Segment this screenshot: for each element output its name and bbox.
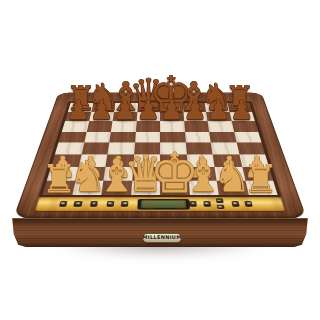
square-d7[interactable]: [136, 112, 160, 122]
square-h4[interactable]: [236, 142, 265, 154]
square-g6[interactable]: [208, 121, 234, 131]
square-a4[interactable]: [55, 142, 84, 154]
panel-button-r-down[interactable]: [216, 204, 224, 209]
square-b6[interactable]: [86, 121, 112, 131]
square-h1[interactable]: [245, 180, 278, 195]
square-c4[interactable]: [107, 142, 134, 154]
square-b7[interactable]: [89, 112, 114, 122]
square-c7[interactable]: [112, 112, 136, 122]
panel-button-l4[interactable]: [106, 201, 114, 207]
panel-button-r1[interactable]: [189, 201, 197, 207]
panel-button-r2-icon: [205, 202, 208, 203]
square-a7[interactable]: [65, 112, 91, 122]
panel-button-r-up[interactable]: [215, 198, 223, 202]
square-g4[interactable]: [211, 142, 239, 154]
square-g3[interactable]: [213, 154, 242, 167]
lcd-display: [137, 199, 190, 210]
square-d1[interactable]: [131, 180, 160, 195]
square-c2[interactable]: [103, 167, 132, 181]
square-g5[interactable]: [209, 132, 236, 143]
square-a6[interactable]: [62, 121, 89, 131]
square-c8[interactable]: [114, 103, 138, 112]
panel-button-l5[interactable]: [121, 201, 129, 207]
square-d2[interactable]: [132, 167, 160, 181]
square-a5[interactable]: [58, 132, 86, 143]
square-h7[interactable]: [229, 112, 255, 122]
square-c6[interactable]: [111, 121, 136, 131]
square-e3[interactable]: [160, 154, 187, 167]
square-f8[interactable]: [182, 103, 206, 112]
board-frame: [13, 93, 307, 219]
panel-button-r4-icon: [247, 202, 250, 203]
control-panel: [35, 197, 285, 211]
panel-button-l3-icon: [93, 202, 96, 203]
square-h8[interactable]: [227, 103, 252, 112]
panel-button-l4-icon: [108, 202, 111, 203]
square-c3[interactable]: [106, 154, 134, 167]
square-e6[interactable]: [160, 121, 185, 131]
panel-button-r-down-icon: [219, 206, 222, 207]
square-e4[interactable]: [160, 142, 186, 154]
panel-button-r1-icon: [191, 202, 194, 203]
square-a8[interactable]: [68, 103, 93, 112]
square-h3[interactable]: [239, 154, 269, 167]
panel-button-l3[interactable]: [90, 201, 98, 207]
cabinet-front-face: MILLENNIUM: [11, 218, 309, 247]
square-e7[interactable]: [160, 112, 184, 122]
square-h6[interactable]: [231, 121, 258, 131]
square-e5[interactable]: [160, 132, 185, 143]
panel-button-l2-icon: [76, 202, 79, 203]
square-e8[interactable]: [160, 103, 183, 112]
square-d3[interactable]: [133, 154, 160, 167]
square-b5[interactable]: [84, 132, 111, 143]
square-h2[interactable]: [242, 167, 273, 181]
square-b8[interactable]: [91, 103, 115, 112]
panel-button-l1[interactable]: [59, 201, 68, 207]
square-f7[interactable]: [183, 112, 207, 122]
panel-button-l5-icon: [123, 202, 126, 203]
square-f1[interactable]: [188, 180, 219, 195]
square-g1[interactable]: [217, 180, 249, 195]
square-e2[interactable]: [160, 167, 188, 181]
square-g7[interactable]: [206, 112, 231, 122]
square-b3[interactable]: [78, 154, 107, 167]
square-a3[interactable]: [51, 154, 81, 167]
square-b2[interactable]: [75, 167, 105, 181]
square-g8[interactable]: [205, 103, 229, 112]
square-f3[interactable]: [186, 154, 214, 167]
panel-button-r4[interactable]: [245, 201, 254, 207]
square-d6[interactable]: [135, 121, 160, 131]
panel-button-r-up-icon: [218, 200, 221, 201]
square-f5[interactable]: [185, 132, 211, 143]
square-a1[interactable]: [42, 180, 75, 195]
panel-button-r2[interactable]: [203, 201, 211, 207]
product-photo: MILLENNIUM ♜♞♝♛♚♝♞♜♟♟♟♟♟♟♟♟♟♟♟♟♟♟♟♟♜♞♝♛♚…: [0, 0, 320, 320]
panel-button-l2[interactable]: [74, 201, 82, 207]
square-a2[interactable]: [47, 167, 78, 181]
scene: [0, 0, 320, 320]
square-f2[interactable]: [187, 167, 216, 181]
panel-button-r3-icon: [233, 202, 236, 203]
brand-badge: MILLENNIUM: [142, 233, 182, 243]
square-c1[interactable]: [101, 180, 132, 195]
lcd-screen: [141, 200, 186, 208]
square-f4[interactable]: [185, 142, 212, 154]
square-g2[interactable]: [214, 167, 244, 181]
square-f6[interactable]: [184, 121, 209, 131]
square-b4[interactable]: [81, 142, 109, 154]
square-h5[interactable]: [234, 132, 262, 143]
square-c5[interactable]: [109, 132, 135, 143]
square-d4[interactable]: [134, 142, 160, 154]
square-d8[interactable]: [137, 103, 160, 112]
square-e1[interactable]: [160, 180, 189, 195]
brand-badge-text: MILLENNIUM: [143, 235, 182, 240]
board-grid: [42, 103, 277, 195]
panel-button-r3[interactable]: [231, 201, 239, 207]
panel-button-l1-icon: [62, 202, 65, 203]
square-b1[interactable]: [72, 180, 104, 195]
square-d5[interactable]: [135, 132, 160, 143]
